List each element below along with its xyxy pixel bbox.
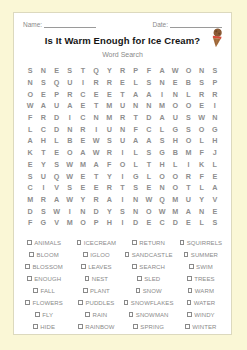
grid-cell-r5c15: N (208, 112, 221, 124)
grid-cell-r14c11: C (155, 217, 168, 229)
word-checkbox[interactable] (27, 276, 32, 281)
grid-cell-r1c14: N (195, 65, 208, 77)
grid-cell-r3c15: R (208, 88, 221, 100)
word-label: ANIMALS (34, 240, 61, 246)
grid-cell-r9c5: M (76, 159, 89, 171)
word-checkbox[interactable] (187, 300, 192, 305)
grid-cell-r2c11: N (155, 77, 168, 89)
grid-cell-r1c7: Y (103, 65, 116, 77)
grid-cell-r9c2: Y (37, 159, 50, 171)
grid-cell-r2c10: S (142, 77, 155, 89)
grid-cell-r14c14: L (195, 217, 208, 229)
grid-cell-r14c13: E (182, 217, 195, 229)
word-label: FLY (42, 312, 53, 318)
grid-cell-r1c4: S (63, 65, 76, 77)
grid-cell-r1c2: N (37, 65, 50, 77)
word-item-rainbow: RAINBOW (78, 321, 114, 333)
grid-cell-r3c2: E (37, 88, 50, 100)
grid-cell-r6c7: U (103, 123, 116, 135)
grid-cell-r4c8: U (116, 100, 129, 112)
grid-cell-r9c14: K (195, 159, 208, 171)
word-item-trees: TREES (187, 273, 215, 285)
grid-cell-r10c7: Y (103, 170, 116, 182)
grid-cell-r1c9: P (129, 65, 142, 77)
grid-cell-r2c9: L (129, 77, 142, 89)
word-checkbox[interactable] (184, 252, 189, 257)
grid-cell-r11c5: E (76, 182, 89, 194)
grid-cell-r2c7: R (103, 77, 116, 89)
word-search-grid: SNESTQYRPFAWONSNSQUIRRELSNEBSPOEPRCEETAA… (14, 65, 231, 229)
word-label: WATER (194, 300, 216, 306)
grid-cell-r10c10: L (142, 170, 155, 182)
word-checkbox[interactable] (180, 240, 185, 245)
grid-cell-r14c9: D (129, 217, 142, 229)
grid-cell-r7c6: W (90, 135, 103, 147)
word-list-column-1: ANIMALSBLOOMBLOSSOMENOUGHFALLFLOWERSFLYH… (18, 237, 70, 333)
grid-cell-r3c7: E (103, 88, 116, 100)
grid-cell-r7c8: U (116, 135, 129, 147)
grid-cell-r10c5: E (76, 170, 89, 182)
word-item-water: WATER (187, 297, 216, 309)
grid-cell-r9c6: A (90, 159, 103, 171)
word-checkbox[interactable] (83, 252, 88, 257)
word-item-summer: SUMMER (184, 249, 218, 261)
grid-cell-r9c3: S (50, 159, 63, 171)
word-label: HIDE (40, 324, 55, 330)
grid-cell-r12c15: V (208, 194, 221, 206)
word-label: BLOOM (37, 252, 59, 258)
word-list-column-2: ICECREAMIGLOOLEAVESNESTPLANTPUDDLESRAINR… (70, 237, 122, 333)
grid-cell-r8c2: T (37, 147, 50, 159)
grid-cell-r6c15: G (208, 123, 221, 135)
word-item-return: RETURN (132, 237, 165, 249)
grid-cell-r13c5: N (76, 205, 89, 217)
grid-cell-r6c5: R (76, 123, 89, 135)
grid-cell-r3c1: O (24, 88, 37, 100)
grid-cell-r4c14: E (195, 100, 208, 112)
grid-cell-r2c15: P (208, 77, 221, 89)
word-checkbox[interactable] (187, 312, 192, 317)
grid-cell-r12c10: W (142, 194, 155, 206)
grid-cell-r8c10: S (142, 147, 155, 159)
grid-cell-r13c11: W (155, 205, 168, 217)
grid-cell-r12c13: U (182, 194, 195, 206)
grid-cell-r13c2: S (37, 205, 50, 217)
name-field-group: Name: (23, 20, 96, 28)
word-label: WINDY (194, 312, 215, 318)
grid-cell-r4c2: A (37, 100, 50, 112)
grid-cell-r10c8: I (116, 170, 129, 182)
word-item-sandcastle: SANDCASTLE (125, 249, 173, 261)
word-label: WARM (195, 288, 214, 294)
grid-cell-r13c6: D (90, 205, 103, 217)
grid-cell-r5c7: M (103, 112, 116, 124)
grid-cell-r14c1: F (24, 217, 37, 229)
grid-cell-r9c8: O (116, 159, 129, 171)
word-checkbox[interactable] (125, 252, 130, 257)
grid-cell-r7c11: S (155, 135, 168, 147)
grid-cell-r9c12: L (169, 159, 182, 171)
grid-cell-r4c12: O (169, 100, 182, 112)
grid-cell-r8c7: R (103, 147, 116, 159)
word-checkbox[interactable] (33, 288, 38, 293)
word-label: ENOUGH (34, 276, 61, 282)
grid-cell-r12c6: R (90, 194, 103, 206)
grid-cell-r5c10: D (142, 112, 155, 124)
grid-cell-r11c10: E (142, 182, 155, 194)
word-label: SNOW (143, 288, 162, 294)
word-item-igloo: IGLOO (83, 249, 110, 261)
word-item-bloom: BLOOM (29, 249, 58, 261)
word-item-animals: ANIMALS (27, 237, 61, 249)
grid-cell-r5c1: F (24, 112, 37, 124)
grid-cell-r12c14: Y (195, 194, 208, 206)
grid-cell-r6c12: G (169, 123, 182, 135)
grid-cell-r7c4: B (63, 135, 76, 147)
grid-cell-r10c13: R (182, 170, 195, 182)
grid-cell-r10c2: U (37, 170, 50, 182)
word-list-column-3: RETURNSANDCASTLESEARCHSLEDSNOWSNOWFLAKES… (123, 237, 175, 333)
grid-cell-r8c6: W (90, 147, 103, 159)
grid-cell-r8c3: E (50, 147, 63, 159)
grid-cell-r5c5: C (76, 112, 89, 124)
grid-cell-r12c4: W (63, 194, 76, 206)
grid-cell-r9c1: E (24, 159, 37, 171)
grid-cell-r14c3: V (50, 217, 63, 229)
grid-cell-r6c3: D (50, 123, 63, 135)
word-checkbox[interactable] (25, 264, 30, 269)
word-label: RETURN (139, 240, 165, 246)
grid-cell-r9c15: L (208, 159, 221, 171)
word-label: SWIM (196, 264, 213, 270)
word-item-spring: SPRING (133, 321, 164, 333)
grid-cell-r14c6: P (90, 217, 103, 229)
word-item-snowflakes: SNOWFLAKES (124, 297, 174, 309)
grid-cell-r6c13: S (182, 123, 195, 135)
grid-cell-r4c4: A (63, 100, 76, 112)
grid-cell-r1c1: S (24, 65, 37, 77)
word-label: SEARCH (139, 264, 165, 270)
grid-cell-r1c15: S (208, 65, 221, 77)
grid-cell-r7c3: L (50, 135, 63, 147)
word-label: WINTER (192, 324, 216, 330)
grid-cell-r4c3: U (50, 100, 63, 112)
grid-cell-r1c5: T (76, 65, 89, 77)
grid-cell-r11c12: O (169, 182, 182, 194)
grid-cell-r12c11: Q (155, 194, 168, 206)
grid-cell-r3c13: L (182, 88, 195, 100)
grid-cell-r7c12: H (169, 135, 182, 147)
word-checkbox[interactable] (187, 276, 192, 281)
grid-cell-r12c1: M (24, 194, 37, 206)
grid-cell-r4c9: N (129, 100, 142, 112)
grid-cell-r8c13: M (182, 147, 195, 159)
grid-cell-r1c13: O (182, 65, 195, 77)
grid-cell-r6c2: C (37, 123, 50, 135)
word-item-hide: HIDE (33, 321, 55, 333)
word-checkbox[interactable] (133, 324, 138, 329)
ice-cream-cone-icon (210, 27, 224, 48)
grid-cell-r7c15: H (208, 135, 221, 147)
word-item-flowers: FLOWERS (25, 297, 62, 309)
grid-cell-r7c5: E (76, 135, 89, 147)
grid-cell-r12c8: I (116, 194, 129, 206)
word-checkbox[interactable] (81, 264, 86, 269)
word-label: BLOSSOM (32, 264, 62, 270)
worksheet-header: Name: Date: (14, 13, 231, 28)
grid-cell-r10c14: F (195, 170, 208, 182)
grid-cell-r3c12: N (169, 88, 182, 100)
word-item-sled: SLED (137, 273, 160, 285)
word-checkbox[interactable] (189, 264, 194, 269)
grid-cell-r4c5: E (76, 100, 89, 112)
grid-cell-r13c3: W (50, 205, 63, 217)
grid-cell-r13c7: Y (103, 205, 116, 217)
word-item-fly: FLY (35, 309, 53, 321)
word-label: SLED (144, 276, 160, 282)
word-list: ANIMALSBLOOMBLOSSOMENOUGHFALLFLOWERSFLYH… (14, 237, 231, 333)
name-field[interactable] (44, 20, 96, 28)
grid-cell-r13c14: N (195, 205, 208, 217)
word-item-icecream: ICECREAM (77, 237, 117, 249)
word-label: NEST (92, 276, 108, 282)
word-item-windy: WINDY (187, 309, 215, 321)
word-label: TREES (194, 276, 215, 282)
grid-cell-r3c8: T (116, 88, 129, 100)
name-label: Name: (23, 21, 42, 28)
grid-cell-r8c1: K (24, 147, 37, 159)
grid-cell-r8c12: B (169, 147, 182, 159)
word-checkbox[interactable] (124, 300, 129, 305)
word-label: FLOWERS (32, 300, 62, 306)
grid-cell-r13c12: M (169, 205, 182, 217)
grid-cell-r11c1: C (24, 182, 37, 194)
grid-cell-r9c4: W (63, 159, 76, 171)
word-checkbox[interactable] (33, 324, 38, 329)
grid-cell-r11c15: A (208, 182, 221, 194)
grid-cell-r11c4: S (63, 182, 76, 194)
grid-cell-r5c8: R (116, 112, 129, 124)
grid-cell-r8c9: L (129, 147, 142, 159)
grid-cell-r5c9: T (129, 112, 142, 124)
grid-cell-r1c10: F (142, 65, 155, 77)
grid-cell-r13c4: I (63, 205, 76, 217)
grid-cell-r3c10: A (142, 88, 155, 100)
word-checkbox[interactable] (136, 288, 141, 293)
word-item-enough: ENOUGH (27, 273, 61, 285)
grid-cell-r10c15: E (208, 170, 221, 182)
word-label: RAINBOW (85, 324, 114, 330)
grid-cell-r6c11: L (155, 123, 168, 135)
grid-cell-r5c3: D (50, 112, 63, 124)
page-title: Is It Warm Enough for Ice Cream? (14, 35, 231, 46)
grid-cell-r10c12: O (169, 170, 182, 182)
word-checkbox[interactable] (137, 276, 142, 281)
grid-cell-r11c9: S (129, 182, 142, 194)
word-label: ICECREAM (84, 240, 116, 246)
grid-cell-r6c14: O (195, 123, 208, 135)
word-label: RAIN (93, 312, 108, 318)
grid-cell-r8c5: A (76, 147, 89, 159)
grid-cell-r11c2: I (37, 182, 50, 194)
grid-cell-r3c6: E (90, 88, 103, 100)
grid-cell-r7c13: O (182, 135, 195, 147)
grid-cell-r7c2: H (37, 135, 50, 147)
word-label: SUMMER (191, 252, 218, 258)
grid-cell-r2c5: I (76, 77, 89, 89)
grid-cell-r1c6: Q (90, 65, 103, 77)
grid-cell-r9c7: F (103, 159, 116, 171)
grid-cell-r5c13: S (182, 112, 195, 124)
grid-cell-r12c7: A (103, 194, 116, 206)
word-item-nest: NEST (85, 273, 109, 285)
grid-cell-r1c8: R (116, 65, 129, 77)
grid-cell-r9c10: T (142, 159, 155, 171)
grid-cell-r10c3: Q (50, 170, 63, 182)
grid-cell-r6c8: N (116, 123, 129, 135)
grid-cell-r5c14: W (195, 112, 208, 124)
grid-cell-r4c6: T (90, 100, 103, 112)
word-item-warm: WARM (188, 285, 214, 297)
grid-cell-r13c1: D (24, 205, 37, 217)
grid-cell-r5c11: A (155, 112, 168, 124)
grid-cell-r13c15: E (208, 205, 221, 217)
grid-cell-r10c11: O (155, 170, 168, 182)
word-label: PLANT (90, 288, 110, 294)
word-item-puddles: PUDDLES (78, 297, 114, 309)
grid-cell-r13c8: S (116, 205, 129, 217)
word-checkbox[interactable] (25, 300, 30, 305)
word-item-blossom: BLOSSOM (25, 261, 62, 273)
grid-cell-r4c7: M (103, 100, 116, 112)
grid-cell-r3c14: R (195, 88, 208, 100)
grid-cell-r6c9: F (129, 123, 142, 135)
word-item-leaves: LEAVES (81, 261, 112, 273)
grid-cell-r11c14: L (195, 182, 208, 194)
grid-cell-r7c14: L (195, 135, 208, 147)
grid-cell-r12c2: R (37, 194, 50, 206)
grid-cell-r2c6: R (90, 77, 103, 89)
grid-cell-r3c4: R (63, 88, 76, 100)
grid-cell-r13c9: N (129, 205, 142, 217)
grid-cell-r12c9: N (129, 194, 142, 206)
word-checkbox[interactable] (77, 240, 82, 245)
word-label: SNOWMAN (136, 312, 169, 318)
grid-cell-r4c1: W (24, 100, 37, 112)
grid-cell-r2c12: E (169, 77, 182, 89)
word-label: PUDDLES (85, 300, 114, 306)
grid-cell-r14c7: H (103, 217, 116, 229)
grid-cell-r10c4: W (63, 170, 76, 182)
grid-cell-r6c1: L (24, 123, 37, 135)
grid-cell-r11c3: V (50, 182, 63, 194)
grid-cell-r3c3: P (50, 88, 63, 100)
grid-cell-r14c2: G (37, 217, 50, 229)
grid-cell-r10c6: T (90, 170, 103, 182)
grid-cell-r14c5: O (76, 217, 89, 229)
word-label: SQUIRRELS (187, 240, 223, 246)
grid-cell-r2c2: S (37, 77, 50, 89)
word-checkbox[interactable] (188, 288, 193, 293)
grid-cell-r11c7: R (103, 182, 116, 194)
word-checkbox[interactable] (185, 324, 190, 329)
word-item-plant: PLANT (83, 285, 110, 297)
grid-cell-r10c9: G (129, 170, 142, 182)
grid-cell-r4c13: O (182, 100, 195, 112)
grid-cell-r7c10: A (142, 135, 155, 147)
word-label: IGLOO (90, 252, 110, 258)
grid-cell-r2c8: E (116, 77, 129, 89)
grid-cell-r2c3: Q (50, 77, 63, 89)
date-label: Date: (152, 21, 168, 28)
word-label: LEAVES (88, 264, 112, 270)
grid-cell-r14c10: E (142, 217, 155, 229)
grid-cell-r14c8: I (116, 217, 129, 229)
grid-cell-r4c11: M (155, 100, 168, 112)
grid-cell-r9c11: H (155, 159, 168, 171)
grid-cell-r8c4: O (63, 147, 76, 159)
word-label: SPRING (140, 324, 164, 330)
word-checkbox[interactable] (78, 324, 83, 329)
grid-cell-r11c11: N (155, 182, 168, 194)
word-label: SANDCASTLE (132, 252, 173, 258)
grid-cell-r5c12: U (169, 112, 182, 124)
grid-cell-r9c9: L (129, 159, 142, 171)
grid-cell-r1c12: W (169, 65, 182, 77)
grid-cell-r3c9: A (129, 88, 142, 100)
grid-cell-r11c6: E (90, 182, 103, 194)
word-checkbox[interactable] (85, 276, 90, 281)
word-item-winter: WINTER (185, 321, 216, 333)
word-item-search: SEARCH (132, 261, 165, 273)
word-list-column-4: SQUIRRELSSUMMERSWIMTREESWARMWATERWINDYWI… (175, 237, 227, 333)
grid-cell-r10c1: S (24, 170, 37, 182)
grid-cell-r7c9: A (129, 135, 142, 147)
grid-cell-r5c6: N (90, 112, 103, 124)
grid-cell-r9c13: I (182, 159, 195, 171)
grid-cell-r7c1: A (24, 135, 37, 147)
grid-cell-r8c8: I (116, 147, 129, 159)
word-checkbox[interactable] (78, 300, 83, 305)
word-item-snow: SNOW (136, 285, 162, 297)
grid-cell-r12c12: M (169, 194, 182, 206)
word-label: FALL (40, 288, 54, 294)
grid-cell-r14c4: M (63, 217, 76, 229)
grid-cell-r8c14: F (195, 147, 208, 159)
puzzle-subtitle: Word Search (14, 51, 231, 58)
grid-cell-r14c12: D (169, 217, 182, 229)
grid-cell-r13c13: A (182, 205, 195, 217)
grid-cell-r6c10: C (142, 123, 155, 135)
word-checkbox[interactable] (132, 240, 137, 245)
word-label: SNOWFLAKES (131, 300, 174, 306)
word-checkbox[interactable] (85, 312, 90, 317)
word-checkbox[interactable] (83, 288, 88, 293)
grid-cell-r2c4: U (63, 77, 76, 89)
word-checkbox[interactable] (35, 312, 40, 317)
grid-cell-r2c13: B (182, 77, 195, 89)
worksheet-card: Name: Date: Is It Warm Enough for Ice Cr… (13, 12, 232, 335)
word-checkbox[interactable] (132, 264, 137, 269)
word-checkbox[interactable] (29, 252, 34, 257)
word-item-snowman: SNOWMAN (129, 309, 169, 321)
word-checkbox[interactable] (27, 240, 32, 245)
word-item-rain: RAIN (85, 309, 107, 321)
grid-cell-r8c11: G (155, 147, 168, 159)
grid-cell-r5c4: I (63, 112, 76, 124)
grid-cell-r12c3: A (50, 194, 63, 206)
word-checkbox[interactable] (129, 312, 134, 317)
